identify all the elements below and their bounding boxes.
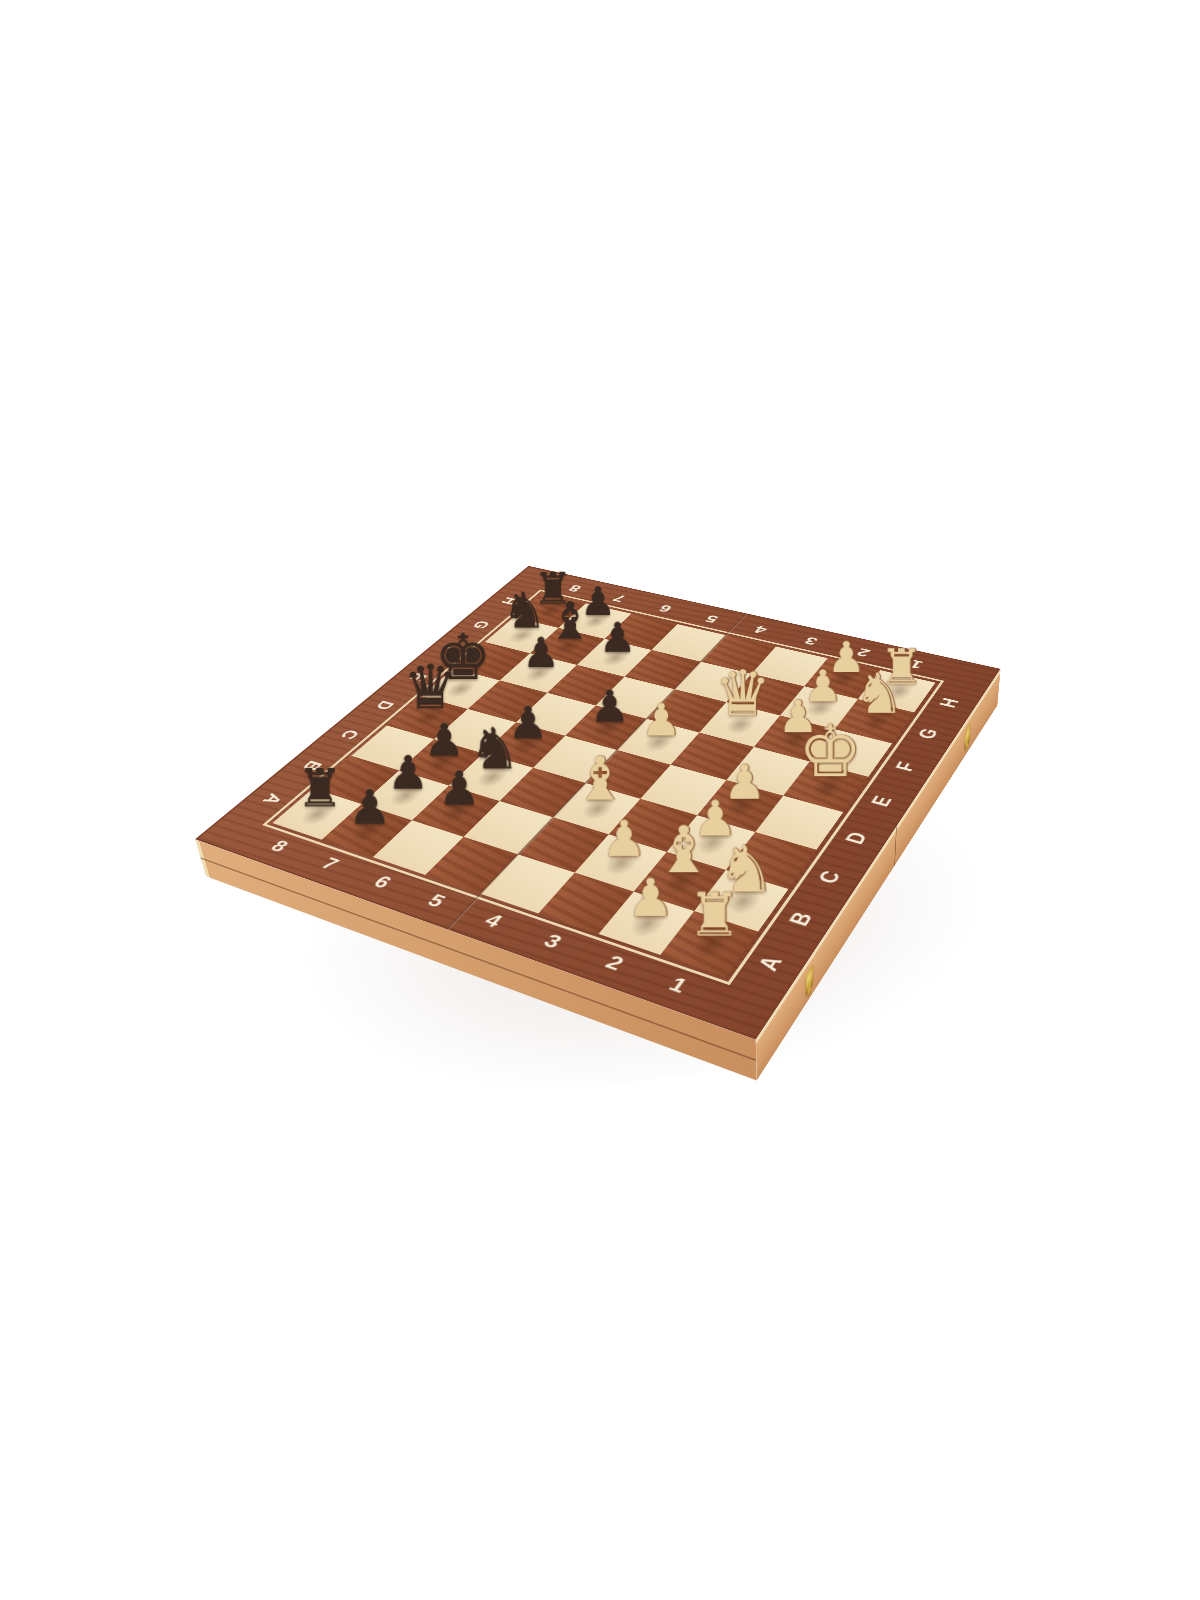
white-bishop-icon: ♝ (573, 749, 627, 809)
white-rook-icon: ♜ (687, 885, 740, 945)
fold-seam-side (894, 826, 897, 866)
brass-clasp-icon[interactable] (964, 723, 971, 750)
brass-clasp-icon[interactable] (806, 963, 814, 995)
black-pawn-icon: ♟ (349, 783, 392, 831)
white-pawn-icon: ♟ (627, 871, 674, 924)
black-rook-icon: ♜ (297, 763, 343, 815)
black-pawn-icon: ♟ (438, 765, 480, 812)
black-pawn-icon: ♟ (387, 750, 428, 796)
product-photo: ABCDEFGH ABCDEFGH 87654321 87654321 ♜♞♚♞… (0, 0, 1200, 1600)
white-pawn-icon: ♟ (602, 814, 647, 864)
white-king-icon: ♚ (798, 716, 862, 788)
